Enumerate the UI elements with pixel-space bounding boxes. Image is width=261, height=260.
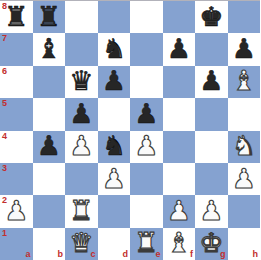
file-label-c: c <box>90 250 95 259</box>
square-e1[interactable]: e♜ <box>130 228 163 260</box>
square-a8[interactable]: 8♜ <box>0 1 33 33</box>
rank-label-7: 7 <box>2 34 7 43</box>
square-d6[interactable]: ♟ <box>98 66 131 98</box>
square-g8[interactable]: ♚ <box>195 1 228 33</box>
square-h6[interactable]: ♝ <box>228 66 261 98</box>
file-label-g: g <box>220 250 226 259</box>
square-c3[interactable] <box>65 163 98 195</box>
square-e2[interactable] <box>130 195 163 227</box>
square-h2[interactable] <box>228 195 261 227</box>
piece-white-pawn-h3: ♟ <box>232 165 256 192</box>
square-g6[interactable]: ♟ <box>195 66 228 98</box>
piece-white-pawn-g2: ♟ <box>199 197 223 224</box>
square-b2[interactable] <box>33 195 66 227</box>
piece-white-bishop-h6: ♝ <box>232 67 256 94</box>
rank-label-5: 5 <box>2 99 7 108</box>
square-b7[interactable]: ♝ <box>33 33 66 65</box>
square-d4[interactable]: ♞ <box>98 131 131 163</box>
piece-black-pawn-e5: ♟ <box>134 100 158 127</box>
piece-black-rook-a8: ♜ <box>4 3 28 30</box>
square-b8[interactable]: ♜ <box>33 1 66 33</box>
square-h1[interactable]: h <box>228 228 261 260</box>
piece-black-knight-d4: ♞ <box>102 132 126 159</box>
rank-label-1: 1 <box>2 229 7 238</box>
square-c2[interactable]: ♜ <box>65 195 98 227</box>
square-f3[interactable] <box>163 163 196 195</box>
square-a3[interactable]: 3 <box>0 163 33 195</box>
piece-black-rook-b8: ♜ <box>37 3 61 30</box>
file-label-b: b <box>58 250 64 259</box>
square-f5[interactable] <box>163 98 196 130</box>
square-d3[interactable]: ♟ <box>98 163 131 195</box>
rank-label-3: 3 <box>2 164 7 173</box>
square-d7[interactable]: ♞ <box>98 33 131 65</box>
square-g1[interactable]: g♚ <box>195 228 228 260</box>
piece-black-bishop-b7: ♝ <box>37 35 61 62</box>
piece-white-pawn-a2: ♟ <box>4 197 28 224</box>
rank-label-4: 4 <box>2 132 7 141</box>
file-label-e: e <box>155 250 160 259</box>
square-g4[interactable] <box>195 131 228 163</box>
square-d8[interactable] <box>98 1 131 33</box>
square-e6[interactable] <box>130 66 163 98</box>
square-e4[interactable]: ♟ <box>130 131 163 163</box>
piece-black-knight-d7: ♞ <box>102 35 126 62</box>
piece-white-pawn-c4: ♟ <box>69 132 93 159</box>
file-label-d: d <box>123 250 129 259</box>
piece-white-knight-h4: ♞ <box>232 132 256 159</box>
piece-white-rook-c2: ♜ <box>69 197 93 224</box>
square-d2[interactable] <box>98 195 131 227</box>
square-d1[interactable]: d <box>98 228 131 260</box>
piece-white-bishop-f1: ♝ <box>167 229 191 256</box>
square-g5[interactable] <box>195 98 228 130</box>
square-f2[interactable]: ♟ <box>163 195 196 227</box>
square-a7[interactable]: 7 <box>0 33 33 65</box>
square-c6[interactable]: ♛ <box>65 66 98 98</box>
square-a5[interactable]: 5 <box>0 98 33 130</box>
rank-label-8: 8 <box>2 2 7 11</box>
rank-label-2: 2 <box>2 196 7 205</box>
square-c7[interactable] <box>65 33 98 65</box>
piece-black-pawn-h7: ♟ <box>232 35 256 62</box>
square-a4[interactable]: 4 <box>0 131 33 163</box>
square-e5[interactable]: ♟ <box>130 98 163 130</box>
square-f8[interactable] <box>163 1 196 33</box>
file-label-f: f <box>190 250 193 259</box>
square-h8[interactable] <box>228 1 261 33</box>
piece-black-pawn-c5: ♟ <box>69 100 93 127</box>
piece-black-queen-c6: ♛ <box>69 67 93 94</box>
square-f4[interactable] <box>163 131 196 163</box>
square-h4[interactable]: ♞ <box>228 131 261 163</box>
square-h3[interactable]: ♟ <box>228 163 261 195</box>
square-c1[interactable]: c♛ <box>65 228 98 260</box>
square-b1[interactable]: b <box>33 228 66 260</box>
piece-black-pawn-f7: ♟ <box>167 35 191 62</box>
chess-board: 8♜♜♚7♝♞♟♟6♛♟♟♝5♟♟4♟♟♞♟♞3♟♟2♟♜♟♟1abc♛de♜f… <box>0 0 260 260</box>
piece-white-pawn-f2: ♟ <box>167 197 191 224</box>
piece-black-pawn-b4: ♟ <box>37 132 61 159</box>
square-b3[interactable] <box>33 163 66 195</box>
rank-label-6: 6 <box>2 67 7 76</box>
square-h5[interactable] <box>228 98 261 130</box>
piece-white-pawn-d3: ♟ <box>102 165 126 192</box>
square-d5[interactable] <box>98 98 131 130</box>
square-c8[interactable] <box>65 1 98 33</box>
piece-black-pawn-g6: ♟ <box>199 67 223 94</box>
square-h7[interactable]: ♟ <box>228 33 261 65</box>
piece-black-pawn-d6: ♟ <box>102 67 126 94</box>
square-b6[interactable] <box>33 66 66 98</box>
square-e3[interactable] <box>130 163 163 195</box>
square-b4[interactable]: ♟ <box>33 131 66 163</box>
file-label-a: a <box>25 250 30 259</box>
square-a1[interactable]: 1a <box>0 228 33 260</box>
square-g3[interactable] <box>195 163 228 195</box>
square-g2[interactable]: ♟ <box>195 195 228 227</box>
file-label-h: h <box>253 250 259 259</box>
square-e7[interactable] <box>130 33 163 65</box>
square-b5[interactable] <box>33 98 66 130</box>
square-c5[interactable]: ♟ <box>65 98 98 130</box>
piece-black-king-g8: ♚ <box>199 3 223 30</box>
square-f6[interactable] <box>163 66 196 98</box>
square-f7[interactable]: ♟ <box>163 33 196 65</box>
piece-white-pawn-e4: ♟ <box>134 132 158 159</box>
square-e8[interactable] <box>130 1 163 33</box>
square-c4[interactable]: ♟ <box>65 131 98 163</box>
square-f1[interactable]: f♝ <box>163 228 196 260</box>
square-a6[interactable]: 6 <box>0 66 33 98</box>
chess-board-grid: 8♜♜♚7♝♞♟♟6♛♟♟♝5♟♟4♟♟♞♟♞3♟♟2♟♜♟♟1abc♛de♜f… <box>0 1 260 260</box>
square-a2[interactable]: 2♟ <box>0 195 33 227</box>
square-g7[interactable] <box>195 33 228 65</box>
